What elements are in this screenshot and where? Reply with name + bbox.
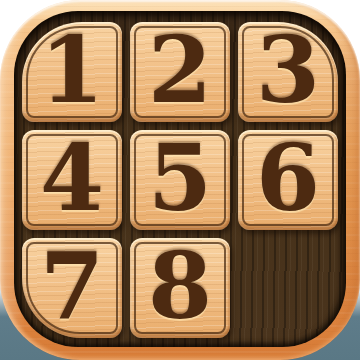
tile-7[interactable]: 7 <box>22 238 122 338</box>
tile-8[interactable]: 8 <box>130 238 230 338</box>
tile-4[interactable]: 4 <box>22 130 122 230</box>
tile-label: 4 <box>40 132 104 224</box>
app-icon-wooden-frame: 12345678 <box>0 0 360 360</box>
tile-label: 7 <box>40 240 104 332</box>
tile-label: 3 <box>256 24 320 116</box>
tile-3[interactable]: 3 <box>238 22 338 122</box>
tile-label: 1 <box>40 24 104 116</box>
empty-slot <box>238 238 338 338</box>
tile-6[interactable]: 6 <box>238 130 338 230</box>
tile-label: 5 <box>148 132 212 224</box>
tile-label: 2 <box>148 24 212 116</box>
tile-label: 6 <box>256 132 320 224</box>
tile-2[interactable]: 2 <box>130 22 230 122</box>
tile-1[interactable]: 1 <box>22 22 122 122</box>
tile-label: 8 <box>148 240 212 332</box>
puzzle-board: 12345678 <box>22 22 338 338</box>
tile-5[interactable]: 5 <box>130 130 230 230</box>
